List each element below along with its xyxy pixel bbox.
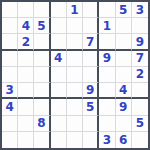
cell-r9c8[interactable]: 6 xyxy=(116,132,132,148)
cell-r9c1[interactable] xyxy=(2,132,18,148)
cell-r5c2[interactable] xyxy=(18,67,34,83)
cell-r6c2[interactable] xyxy=(18,83,34,99)
given-digit: 5 xyxy=(86,101,94,113)
cell-r3c1[interactable] xyxy=(2,34,18,50)
cell-r1c2[interactable] xyxy=(18,2,34,18)
cell-r6c3[interactable] xyxy=(34,83,50,99)
cell-r3c5[interactable] xyxy=(67,34,83,50)
cell-r7c9[interactable] xyxy=(132,99,148,115)
cell-r2c4[interactable] xyxy=(51,18,67,34)
given-digit: 6 xyxy=(119,134,127,146)
cell-r7c4[interactable] xyxy=(51,99,67,115)
cell-r2c5[interactable] xyxy=(67,18,83,34)
cell-r6c1[interactable]: 3 xyxy=(2,83,18,99)
cell-r6c8[interactable]: 4 xyxy=(116,83,132,99)
cell-r5c9[interactable]: 2 xyxy=(132,67,148,83)
cell-r3c9[interactable]: 9 xyxy=(132,34,148,50)
cell-r1c8[interactable]: 5 xyxy=(116,2,132,18)
given-digit: 1 xyxy=(70,4,78,16)
cell-r5c7[interactable] xyxy=(99,67,115,83)
given-digit: 5 xyxy=(136,117,144,129)
cell-r7c5[interactable] xyxy=(67,99,83,115)
cell-r1c4[interactable] xyxy=(51,2,67,18)
cell-r4c7[interactable]: 9 xyxy=(99,51,115,67)
cell-r4c1[interactable] xyxy=(2,51,18,67)
given-digit: 9 xyxy=(103,52,111,64)
cell-r5c6[interactable] xyxy=(83,67,99,83)
cell-r8c3[interactable]: 8 xyxy=(34,116,50,132)
given-digit: 3 xyxy=(136,4,144,16)
cell-r7c3[interactable] xyxy=(34,99,50,115)
cell-r4c6[interactable] xyxy=(83,51,99,67)
given-digit: 5 xyxy=(37,20,45,32)
cell-r9c3[interactable] xyxy=(34,132,50,148)
given-digit: 8 xyxy=(37,117,45,129)
given-digit: 3 xyxy=(5,84,13,96)
cell-r8c7[interactable] xyxy=(99,116,115,132)
given-digit: 9 xyxy=(119,101,127,113)
cell-r7c2[interactable] xyxy=(18,99,34,115)
cell-r3c7[interactable] xyxy=(99,34,115,50)
cell-r1c3[interactable] xyxy=(34,2,50,18)
cell-r8c6[interactable] xyxy=(83,116,99,132)
cell-r7c7[interactable] xyxy=(99,99,115,115)
cell-r2c8[interactable] xyxy=(116,18,132,34)
cell-r3c2[interactable]: 2 xyxy=(18,34,34,50)
cell-r2c3[interactable]: 5 xyxy=(34,18,50,34)
cell-r1c7[interactable] xyxy=(99,2,115,18)
cell-r4c4[interactable]: 4 xyxy=(51,51,67,67)
cell-r9c6[interactable] xyxy=(83,132,99,148)
given-digit: 9 xyxy=(136,36,144,48)
given-digit: 3 xyxy=(103,134,111,146)
cell-r9c7[interactable]: 3 xyxy=(99,132,115,148)
cell-r9c9[interactable] xyxy=(132,132,148,148)
given-digit: 1 xyxy=(103,20,111,32)
cell-r6c6[interactable]: 9 xyxy=(83,83,99,99)
cell-r5c8[interactable] xyxy=(116,67,132,83)
cell-r8c1[interactable] xyxy=(2,116,18,132)
cell-r2c9[interactable] xyxy=(132,18,148,34)
cell-r9c5[interactable] xyxy=(67,132,83,148)
cell-r2c7[interactable]: 1 xyxy=(99,18,115,34)
cell-r6c5[interactable] xyxy=(67,83,83,99)
cell-r6c7[interactable] xyxy=(99,83,115,99)
given-digit: 9 xyxy=(86,84,94,96)
cell-r8c4[interactable] xyxy=(51,116,67,132)
given-digit: 4 xyxy=(5,101,13,113)
given-digit: 4 xyxy=(22,20,30,32)
cell-r3c6[interactable]: 7 xyxy=(83,34,99,50)
cell-r7c8[interactable]: 9 xyxy=(116,99,132,115)
cell-r3c3[interactable] xyxy=(34,34,50,50)
cell-r1c1[interactable] xyxy=(2,2,18,18)
cell-r3c8[interactable] xyxy=(116,34,132,50)
given-digit: 4 xyxy=(54,52,62,64)
cell-r4c8[interactable] xyxy=(116,51,132,67)
cell-r7c1[interactable]: 4 xyxy=(2,99,18,115)
cell-r1c6[interactable] xyxy=(83,2,99,18)
cell-r6c4[interactable] xyxy=(51,83,67,99)
cell-r5c4[interactable] xyxy=(51,67,67,83)
cell-r8c5[interactable] xyxy=(67,116,83,132)
cell-r2c2[interactable]: 4 xyxy=(18,18,34,34)
cell-r1c5[interactable]: 1 xyxy=(67,2,83,18)
cell-r4c9[interactable]: 7 xyxy=(132,51,148,67)
given-digit: 4 xyxy=(119,84,127,96)
given-digit: 5 xyxy=(119,4,127,16)
cell-r9c2[interactable] xyxy=(18,132,34,148)
cell-r5c1[interactable] xyxy=(2,67,18,83)
cell-r2c1[interactable] xyxy=(2,18,18,34)
given-digit: 2 xyxy=(136,68,144,80)
cell-r4c2[interactable] xyxy=(18,51,34,67)
cell-r8c9[interactable]: 5 xyxy=(132,116,148,132)
cell-r9c4[interactable] xyxy=(51,132,67,148)
sudoku-board: 15345127949723944598536 xyxy=(0,0,150,150)
given-digit: 7 xyxy=(86,36,94,48)
cell-r5c3[interactable] xyxy=(34,67,50,83)
cell-r6c9[interactable] xyxy=(132,83,148,99)
cell-r2c6[interactable] xyxy=(83,18,99,34)
cell-r4c5[interactable] xyxy=(67,51,83,67)
cell-r3c4[interactable] xyxy=(51,34,67,50)
cell-r1c9[interactable]: 3 xyxy=(132,2,148,18)
given-digit: 7 xyxy=(136,52,144,64)
cell-r7c6[interactable]: 5 xyxy=(83,99,99,115)
cell-r5c5[interactable] xyxy=(67,67,83,83)
cell-r8c8[interactable] xyxy=(116,116,132,132)
cell-r8c2[interactable] xyxy=(18,116,34,132)
given-digit: 2 xyxy=(22,36,30,48)
sudoku-puzzle: 15345127949723944598536 xyxy=(0,0,150,150)
cell-r4c3[interactable] xyxy=(34,51,50,67)
